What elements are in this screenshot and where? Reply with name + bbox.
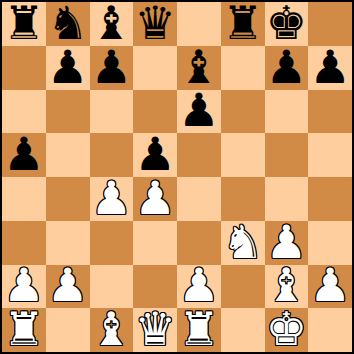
piece-black-knight[interactable]: ♞ bbox=[47, 2, 88, 46]
piece-white-rook[interactable]: ♜ bbox=[178, 308, 219, 352]
piece-black-pawn[interactable]: ♟ bbox=[266, 46, 307, 90]
piece-black-pawn[interactable]: ♟ bbox=[135, 133, 176, 177]
square-e3[interactable] bbox=[177, 221, 221, 265]
square-d3[interactable] bbox=[133, 221, 177, 265]
piece-white-pawn[interactable]: ♟ bbox=[47, 265, 88, 309]
square-e2[interactable]: ♟ bbox=[177, 265, 221, 309]
square-h7[interactable]: ♟ bbox=[308, 46, 352, 90]
piece-white-pawn[interactable]: ♟ bbox=[178, 265, 219, 309]
square-d7[interactable] bbox=[133, 46, 177, 90]
square-g1[interactable]: ♚ bbox=[265, 308, 309, 352]
square-g5[interactable] bbox=[265, 133, 309, 177]
square-c1[interactable]: ♝ bbox=[90, 308, 134, 352]
square-a8[interactable]: ♜ bbox=[2, 2, 46, 46]
square-g3[interactable]: ♟ bbox=[265, 221, 309, 265]
square-b8[interactable]: ♞ bbox=[46, 2, 90, 46]
piece-white-king[interactable]: ♚ bbox=[266, 308, 307, 352]
piece-black-pawn[interactable]: ♟ bbox=[178, 90, 219, 134]
square-e8[interactable] bbox=[177, 2, 221, 46]
square-a6[interactable] bbox=[2, 90, 46, 134]
square-c5[interactable] bbox=[90, 133, 134, 177]
square-d6[interactable] bbox=[133, 90, 177, 134]
square-d8[interactable]: ♛ bbox=[133, 2, 177, 46]
square-d1[interactable]: ♛ bbox=[133, 308, 177, 352]
square-b3[interactable] bbox=[46, 221, 90, 265]
square-h1[interactable] bbox=[308, 308, 352, 352]
piece-black-bishop[interactable]: ♝ bbox=[91, 2, 132, 46]
square-h2[interactable]: ♟ bbox=[308, 265, 352, 309]
square-f8[interactable]: ♜ bbox=[221, 2, 265, 46]
square-a3[interactable] bbox=[2, 221, 46, 265]
square-f2[interactable] bbox=[221, 265, 265, 309]
square-c6[interactable] bbox=[90, 90, 134, 134]
piece-white-bishop[interactable]: ♝ bbox=[266, 265, 307, 309]
square-e1[interactable]: ♜ bbox=[177, 308, 221, 352]
square-c3[interactable] bbox=[90, 221, 134, 265]
square-c7[interactable]: ♟ bbox=[90, 46, 134, 90]
chess-board: ♜♞♝♛♜♚♟♟♝♟♟♟♟♟♟♟♞♟♟♟♟♝♟♜♝♛♜♚ bbox=[0, 0, 354, 354]
piece-black-rook[interactable]: ♜ bbox=[222, 2, 263, 46]
piece-black-pawn[interactable]: ♟ bbox=[3, 133, 44, 177]
square-c8[interactable]: ♝ bbox=[90, 2, 134, 46]
square-e4[interactable] bbox=[177, 177, 221, 221]
square-f3[interactable]: ♞ bbox=[221, 221, 265, 265]
piece-white-pawn[interactable]: ♟ bbox=[266, 221, 307, 265]
piece-black-pawn[interactable]: ♟ bbox=[310, 46, 351, 90]
piece-black-queen[interactable]: ♛ bbox=[135, 2, 176, 46]
piece-white-pawn[interactable]: ♟ bbox=[3, 265, 44, 309]
piece-white-rook[interactable]: ♜ bbox=[3, 308, 44, 352]
square-c4[interactable]: ♟ bbox=[90, 177, 134, 221]
square-g8[interactable]: ♚ bbox=[265, 2, 309, 46]
piece-white-pawn[interactable]: ♟ bbox=[135, 177, 176, 221]
piece-white-bishop[interactable]: ♝ bbox=[91, 308, 132, 352]
square-g7[interactable]: ♟ bbox=[265, 46, 309, 90]
square-f7[interactable] bbox=[221, 46, 265, 90]
piece-white-pawn[interactable]: ♟ bbox=[310, 265, 351, 309]
piece-white-pawn[interactable]: ♟ bbox=[91, 177, 132, 221]
square-f1[interactable] bbox=[221, 308, 265, 352]
square-e6[interactable]: ♟ bbox=[177, 90, 221, 134]
square-b4[interactable] bbox=[46, 177, 90, 221]
square-e7[interactable]: ♝ bbox=[177, 46, 221, 90]
square-a1[interactable]: ♜ bbox=[2, 308, 46, 352]
square-d5[interactable]: ♟ bbox=[133, 133, 177, 177]
square-a5[interactable]: ♟ bbox=[2, 133, 46, 177]
square-b5[interactable] bbox=[46, 133, 90, 177]
square-a7[interactable] bbox=[2, 46, 46, 90]
square-g6[interactable] bbox=[265, 90, 309, 134]
piece-black-king[interactable]: ♚ bbox=[266, 2, 307, 46]
square-h3[interactable] bbox=[308, 221, 352, 265]
square-h4[interactable] bbox=[308, 177, 352, 221]
square-d4[interactable]: ♟ bbox=[133, 177, 177, 221]
piece-black-pawn[interactable]: ♟ bbox=[91, 46, 132, 90]
square-h5[interactable] bbox=[308, 133, 352, 177]
square-c2[interactable] bbox=[90, 265, 134, 309]
square-b6[interactable] bbox=[46, 90, 90, 134]
square-h6[interactable] bbox=[308, 90, 352, 134]
square-f5[interactable] bbox=[221, 133, 265, 177]
square-d2[interactable] bbox=[133, 265, 177, 309]
square-a4[interactable] bbox=[2, 177, 46, 221]
piece-black-rook[interactable]: ♜ bbox=[3, 2, 44, 46]
square-f6[interactable] bbox=[221, 90, 265, 134]
square-g4[interactable] bbox=[265, 177, 309, 221]
square-f4[interactable] bbox=[221, 177, 265, 221]
square-b7[interactable]: ♟ bbox=[46, 46, 90, 90]
piece-white-queen[interactable]: ♛ bbox=[135, 308, 176, 352]
piece-black-pawn[interactable]: ♟ bbox=[47, 46, 88, 90]
square-a2[interactable]: ♟ bbox=[2, 265, 46, 309]
square-e5[interactable] bbox=[177, 133, 221, 177]
square-b1[interactable] bbox=[46, 308, 90, 352]
square-b2[interactable]: ♟ bbox=[46, 265, 90, 309]
piece-white-knight[interactable]: ♞ bbox=[222, 221, 263, 265]
square-h8[interactable] bbox=[308, 2, 352, 46]
piece-black-bishop[interactable]: ♝ bbox=[178, 46, 219, 90]
square-g2[interactable]: ♝ bbox=[265, 265, 309, 309]
